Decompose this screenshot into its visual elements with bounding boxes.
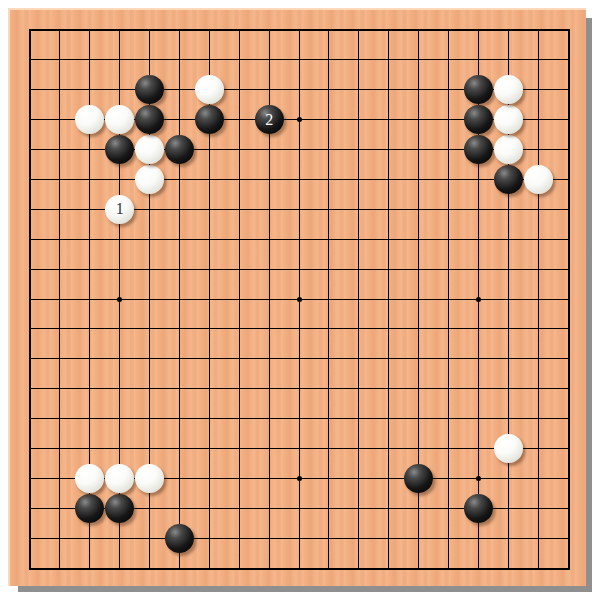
board-intersection[interactable] (523, 314, 553, 344)
board-intersection[interactable] (434, 254, 464, 284)
board-intersection[interactable] (194, 374, 224, 404)
board-intersection[interactable] (374, 374, 404, 404)
board-intersection[interactable] (344, 553, 374, 583)
board-intersection[interactable] (105, 374, 135, 404)
board-intersection[interactable] (404, 374, 434, 404)
board-intersection[interactable] (45, 404, 75, 434)
board-intersection[interactable] (254, 404, 284, 434)
board-intersection[interactable] (75, 105, 105, 135)
board-intersection[interactable] (523, 284, 553, 314)
board-intersection[interactable] (314, 314, 344, 344)
board-intersection[interactable] (404, 105, 434, 135)
board-intersection[interactable] (464, 45, 494, 75)
board-intersection[interactable] (434, 493, 464, 523)
board-intersection[interactable] (493, 434, 523, 464)
board-intersection[interactable] (284, 105, 314, 135)
board-intersection[interactable] (15, 15, 45, 45)
board-intersection[interactable] (45, 344, 75, 374)
board-intersection[interactable] (434, 224, 464, 254)
board-intersection[interactable] (493, 464, 523, 494)
board-intersection[interactable] (254, 314, 284, 344)
board-intersection[interactable] (165, 284, 195, 314)
board-intersection[interactable] (284, 224, 314, 254)
board-intersection[interactable] (464, 434, 494, 464)
board-intersection[interactable] (314, 464, 344, 494)
board-intersection[interactable] (553, 284, 583, 314)
board-intersection[interactable] (344, 464, 374, 494)
board-intersection[interactable] (374, 404, 404, 434)
board-intersection[interactable] (553, 135, 583, 165)
board-intersection[interactable] (105, 404, 135, 434)
board-intersection[interactable] (434, 15, 464, 45)
board-intersection[interactable] (165, 105, 195, 135)
board-intersection[interactable] (493, 254, 523, 284)
board-intersection[interactable] (224, 493, 254, 523)
board-intersection[interactable] (404, 165, 434, 195)
board-intersection[interactable] (194, 15, 224, 45)
board-intersection[interactable] (254, 75, 284, 105)
board-intersection[interactable] (314, 15, 344, 45)
board-intersection[interactable] (135, 284, 165, 314)
board-intersection[interactable] (523, 224, 553, 254)
board-intersection[interactable] (165, 314, 195, 344)
board-intersection[interactable] (75, 254, 105, 284)
board-intersection[interactable] (284, 374, 314, 404)
board-intersection[interactable] (45, 553, 75, 583)
board-intersection[interactable] (493, 105, 523, 135)
board-intersection[interactable] (344, 135, 374, 165)
board-intersection[interactable] (254, 135, 284, 165)
board-intersection[interactable] (224, 224, 254, 254)
board-intersection[interactable] (434, 314, 464, 344)
board-intersection[interactable] (464, 404, 494, 434)
board-intersection[interactable] (523, 374, 553, 404)
board-intersection[interactable] (75, 374, 105, 404)
board-intersection[interactable] (284, 523, 314, 553)
board-intersection[interactable] (254, 165, 284, 195)
board-intersection[interactable] (105, 344, 135, 374)
board-intersection[interactable] (374, 464, 404, 494)
board-intersection[interactable] (344, 523, 374, 553)
board-intersection[interactable] (45, 165, 75, 195)
board-intersection[interactable] (284, 284, 314, 314)
board-intersection[interactable] (194, 224, 224, 254)
board-intersection[interactable] (464, 493, 494, 523)
board-intersection[interactable] (224, 75, 254, 105)
board-intersection[interactable] (464, 15, 494, 45)
board-intersection[interactable] (493, 135, 523, 165)
board-intersection[interactable] (75, 523, 105, 553)
board-intersection[interactable] (464, 464, 494, 494)
board-intersection[interactable] (105, 105, 135, 135)
board-intersection[interactable] (194, 105, 224, 135)
board-intersection[interactable] (135, 165, 165, 195)
board-intersection[interactable] (135, 404, 165, 434)
board-intersection[interactable] (15, 45, 45, 75)
board-intersection[interactable] (374, 75, 404, 105)
board-intersection[interactable] (135, 224, 165, 254)
board-intersection[interactable] (314, 194, 344, 224)
board-intersection[interactable] (75, 404, 105, 434)
board-intersection[interactable] (493, 194, 523, 224)
board-intersection[interactable] (135, 105, 165, 135)
board-intersection[interactable] (284, 553, 314, 583)
board-intersection[interactable] (404, 75, 434, 105)
board-intersection[interactable] (224, 553, 254, 583)
board-intersection[interactable] (314, 344, 344, 374)
board-intersection[interactable] (105, 493, 135, 523)
board-intersection[interactable] (344, 404, 374, 434)
board-intersection[interactable] (404, 344, 434, 374)
board-intersection[interactable] (553, 75, 583, 105)
board-intersection[interactable] (15, 464, 45, 494)
board-intersection[interactable] (135, 45, 165, 75)
board-intersection[interactable] (493, 75, 523, 105)
board-intersection[interactable] (374, 493, 404, 523)
board-intersection[interactable] (165, 15, 195, 45)
board-intersection[interactable] (45, 135, 75, 165)
board-intersection[interactable] (523, 553, 553, 583)
board-intersection[interactable] (523, 75, 553, 105)
board-intersection[interactable] (434, 105, 464, 135)
board-intersection[interactable] (45, 224, 75, 254)
board-intersection[interactable] (523, 493, 553, 523)
board-intersection[interactable] (314, 45, 344, 75)
board-intersection[interactable] (135, 135, 165, 165)
board-intersection[interactable] (135, 523, 165, 553)
board-intersection[interactable] (434, 284, 464, 314)
board-intersection[interactable] (45, 45, 75, 75)
board-intersection[interactable] (165, 224, 195, 254)
board-intersection[interactable] (493, 404, 523, 434)
board-intersection[interactable] (75, 135, 105, 165)
board-intersection[interactable] (374, 135, 404, 165)
board-intersection[interactable] (165, 553, 195, 583)
board-intersection[interactable] (434, 464, 464, 494)
board-intersection[interactable] (493, 344, 523, 374)
board-intersection[interactable] (553, 434, 583, 464)
board-intersection[interactable] (314, 165, 344, 195)
board-intersection[interactable] (224, 464, 254, 494)
board-intersection[interactable] (194, 75, 224, 105)
board-intersection[interactable] (105, 224, 135, 254)
board-intersection[interactable] (254, 45, 284, 75)
board-intersection[interactable] (464, 194, 494, 224)
board-intersection[interactable] (314, 75, 344, 105)
board-intersection[interactable] (464, 523, 494, 553)
board-intersection[interactable] (314, 105, 344, 135)
board-intersection[interactable] (135, 374, 165, 404)
board-intersection[interactable] (224, 105, 254, 135)
board-intersection[interactable]: 2 (254, 105, 284, 135)
board-intersection[interactable] (553, 464, 583, 494)
board-intersection[interactable] (314, 284, 344, 314)
board-intersection[interactable] (224, 15, 254, 45)
board-intersection[interactable] (194, 165, 224, 195)
board-intersection[interactable] (314, 553, 344, 583)
board-intersection[interactable] (374, 165, 404, 195)
board-intersection[interactable] (224, 404, 254, 434)
board-intersection[interactable] (254, 284, 284, 314)
board-intersection[interactable] (493, 165, 523, 195)
board-intersection[interactable] (493, 15, 523, 45)
board-intersection[interactable] (165, 404, 195, 434)
board-intersection[interactable] (523, 344, 553, 374)
board-intersection[interactable] (344, 314, 374, 344)
board-intersection[interactable] (464, 105, 494, 135)
board-intersection[interactable] (135, 493, 165, 523)
board-intersection[interactable] (374, 194, 404, 224)
board-intersection[interactable] (194, 284, 224, 314)
board-intersection[interactable] (344, 284, 374, 314)
board-intersection[interactable] (194, 464, 224, 494)
board-intersection[interactable] (15, 224, 45, 254)
board-intersection[interactable] (165, 344, 195, 374)
board-intersection[interactable] (254, 194, 284, 224)
board-intersection[interactable] (464, 374, 494, 404)
board-intersection[interactable] (45, 493, 75, 523)
board-intersection[interactable] (75, 45, 105, 75)
board-intersection[interactable] (464, 254, 494, 284)
board-intersection[interactable] (553, 15, 583, 45)
board-intersection[interactable] (284, 194, 314, 224)
board-intersection[interactable] (344, 165, 374, 195)
board-intersection[interactable] (464, 284, 494, 314)
board-intersection[interactable] (15, 404, 45, 434)
board-intersection[interactable] (314, 224, 344, 254)
board-intersection[interactable] (493, 314, 523, 344)
board-intersection[interactable] (194, 254, 224, 284)
board-intersection[interactable] (254, 15, 284, 45)
board-intersection[interactable] (493, 493, 523, 523)
board-intersection[interactable] (75, 553, 105, 583)
board-intersection[interactable] (284, 45, 314, 75)
board-intersection[interactable] (45, 374, 75, 404)
board-intersection[interactable] (314, 404, 344, 434)
board-intersection[interactable] (165, 75, 195, 105)
board-intersection[interactable] (224, 314, 254, 344)
board-intersection[interactable] (224, 254, 254, 284)
board-intersection[interactable] (493, 374, 523, 404)
board-intersection[interactable] (404, 553, 434, 583)
board-intersection[interactable] (523, 523, 553, 553)
board-intersection[interactable] (135, 464, 165, 494)
board-intersection[interactable] (523, 165, 553, 195)
board-intersection[interactable] (135, 254, 165, 284)
board-intersection[interactable] (105, 45, 135, 75)
board-intersection[interactable] (464, 344, 494, 374)
board-intersection[interactable] (194, 314, 224, 344)
board-intersection[interactable] (75, 434, 105, 464)
board-intersection[interactable] (224, 165, 254, 195)
board-intersection[interactable] (523, 254, 553, 284)
board-intersection[interactable] (344, 254, 374, 284)
board-intersection[interactable] (404, 284, 434, 314)
board-intersection[interactable] (553, 254, 583, 284)
board-intersection[interactable] (344, 493, 374, 523)
board-intersection[interactable] (224, 344, 254, 374)
board-intersection[interactable] (165, 493, 195, 523)
board-intersection[interactable] (15, 75, 45, 105)
board-intersection[interactable] (374, 523, 404, 553)
board-intersection[interactable] (45, 75, 75, 105)
board-intersection[interactable] (194, 523, 224, 553)
board-intersection[interactable] (75, 284, 105, 314)
board-intersection[interactable] (194, 194, 224, 224)
board-intersection[interactable] (45, 314, 75, 344)
board-intersection[interactable] (344, 194, 374, 224)
board-intersection[interactable] (284, 493, 314, 523)
board-intersection[interactable] (254, 493, 284, 523)
board-intersection[interactable] (135, 553, 165, 583)
board-intersection[interactable] (404, 15, 434, 45)
board-intersection[interactable] (165, 135, 195, 165)
board-intersection[interactable] (374, 105, 404, 135)
board-intersection[interactable] (15, 523, 45, 553)
board-intersection[interactable] (254, 254, 284, 284)
board-intersection[interactable] (404, 464, 434, 494)
board-intersection[interactable] (314, 523, 344, 553)
board-intersection[interactable] (224, 523, 254, 553)
board-intersection[interactable] (105, 165, 135, 195)
board-intersection[interactable] (15, 374, 45, 404)
board-intersection[interactable] (374, 344, 404, 374)
board-intersection[interactable] (194, 135, 224, 165)
board-intersection[interactable] (553, 493, 583, 523)
board-intersection[interactable] (224, 284, 254, 314)
board-intersection[interactable] (493, 284, 523, 314)
board-intersection[interactable] (434, 553, 464, 583)
board-intersection[interactable] (165, 165, 195, 195)
board-intersection[interactable] (464, 553, 494, 583)
board-intersection[interactable]: 1 (105, 194, 135, 224)
board-intersection[interactable] (105, 314, 135, 344)
board-intersection[interactable] (194, 493, 224, 523)
board-intersection[interactable] (464, 314, 494, 344)
board-intersection[interactable] (15, 105, 45, 135)
board-intersection[interactable] (434, 404, 464, 434)
board-intersection[interactable] (404, 224, 434, 254)
board-intersection[interactable] (45, 464, 75, 494)
board-intersection[interactable] (404, 434, 434, 464)
board-intersection[interactable] (105, 284, 135, 314)
board-intersection[interactable] (165, 464, 195, 494)
board-intersection[interactable] (493, 45, 523, 75)
board-intersection[interactable] (374, 45, 404, 75)
board-intersection[interactable] (254, 344, 284, 374)
board-intersection[interactable] (224, 194, 254, 224)
board-intersection[interactable] (15, 165, 45, 195)
board-intersection[interactable] (434, 165, 464, 195)
board-intersection[interactable] (523, 45, 553, 75)
board-intersection[interactable] (553, 224, 583, 254)
board-intersection[interactable] (523, 105, 553, 135)
board-intersection[interactable] (105, 464, 135, 494)
board-intersection[interactable] (284, 314, 314, 344)
board-intersection[interactable] (404, 404, 434, 434)
board-intersection[interactable] (553, 344, 583, 374)
board-intersection[interactable] (493, 523, 523, 553)
board-intersection[interactable] (15, 194, 45, 224)
board-intersection[interactable] (15, 344, 45, 374)
board-intersection[interactable] (434, 194, 464, 224)
board-intersection[interactable] (15, 553, 45, 583)
board-intersection[interactable] (15, 434, 45, 464)
board-intersection[interactable] (15, 314, 45, 344)
board-intersection[interactable] (404, 135, 434, 165)
board-intersection[interactable] (15, 493, 45, 523)
board-intersection[interactable] (105, 15, 135, 45)
board-intersection[interactable] (45, 284, 75, 314)
board-intersection[interactable] (344, 344, 374, 374)
board-intersection[interactable] (374, 434, 404, 464)
board-intersection[interactable] (284, 344, 314, 374)
board-intersection[interactable] (45, 194, 75, 224)
board-intersection[interactable] (135, 75, 165, 105)
board-intersection[interactable] (434, 523, 464, 553)
board-intersection[interactable] (344, 75, 374, 105)
board-intersection[interactable] (284, 434, 314, 464)
board-intersection[interactable] (344, 15, 374, 45)
board-intersection[interactable] (165, 194, 195, 224)
board-intersection[interactable] (135, 434, 165, 464)
board-intersection[interactable] (374, 314, 404, 344)
board-intersection[interactable] (404, 254, 434, 284)
board-intersection[interactable] (194, 553, 224, 583)
board-intersection[interactable] (45, 523, 75, 553)
board-intersection[interactable] (434, 434, 464, 464)
board-intersection[interactable] (224, 135, 254, 165)
board-intersection[interactable] (75, 75, 105, 105)
board-intersection[interactable] (523, 464, 553, 494)
board-intersection[interactable] (493, 553, 523, 583)
board-intersection[interactable] (15, 254, 45, 284)
board-intersection[interactable] (224, 45, 254, 75)
board-intersection[interactable] (105, 135, 135, 165)
board-intersection[interactable] (165, 45, 195, 75)
board-intersection[interactable] (464, 224, 494, 254)
board-intersection[interactable] (284, 135, 314, 165)
board-intersection[interactable] (45, 105, 75, 135)
board-intersection[interactable] (165, 374, 195, 404)
board-intersection[interactable] (75, 464, 105, 494)
board-intersection[interactable] (374, 553, 404, 583)
board-intersection[interactable] (553, 374, 583, 404)
board-intersection[interactable] (374, 224, 404, 254)
board-intersection[interactable] (75, 224, 105, 254)
board-intersection[interactable] (224, 434, 254, 464)
board-intersection[interactable] (45, 15, 75, 45)
board-intersection[interactable] (284, 165, 314, 195)
board-intersection[interactable] (254, 523, 284, 553)
board-intersection[interactable] (404, 523, 434, 553)
board-intersection[interactable] (105, 523, 135, 553)
board-intersection[interactable] (105, 254, 135, 284)
board-intersection[interactable] (434, 135, 464, 165)
board-intersection[interactable] (464, 135, 494, 165)
board-intersection[interactable] (254, 464, 284, 494)
board-intersection[interactable] (523, 404, 553, 434)
board-intersection[interactable] (434, 75, 464, 105)
board-intersection[interactable] (344, 224, 374, 254)
board-intersection[interactable] (464, 165, 494, 195)
board-intersection[interactable] (15, 135, 45, 165)
board-intersection[interactable] (165, 434, 195, 464)
board-intersection[interactable] (75, 344, 105, 374)
board-intersection[interactable] (194, 344, 224, 374)
board-intersection[interactable] (254, 224, 284, 254)
board-intersection[interactable] (15, 284, 45, 314)
